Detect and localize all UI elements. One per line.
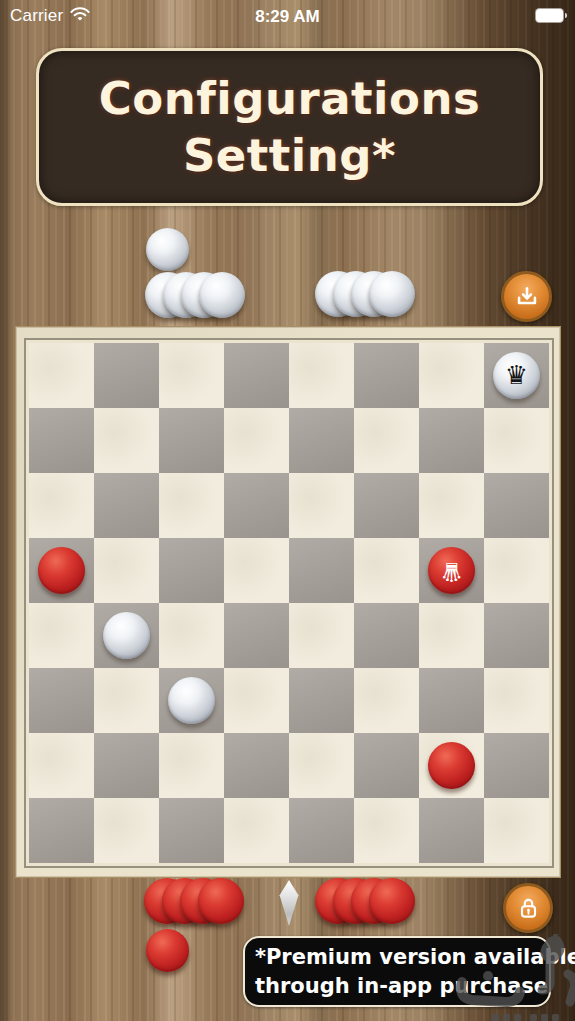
lock-button[interactable] xyxy=(503,883,553,933)
clock-time: 8:29 AM xyxy=(0,7,575,27)
square-r3c7[interactable] xyxy=(484,538,549,603)
red-tray-piece[interactable] xyxy=(198,878,244,924)
square-r2c4[interactable] xyxy=(289,473,354,538)
square-r1c7[interactable] xyxy=(484,408,549,473)
square-r1c6[interactable] xyxy=(419,408,484,473)
square-r4c5[interactable] xyxy=(354,603,419,668)
square-r4c6[interactable] xyxy=(419,603,484,668)
square-r7c6[interactable] xyxy=(419,798,484,863)
square-r3c1[interactable] xyxy=(94,538,159,603)
square-r2c0[interactable] xyxy=(29,473,94,538)
crown-icon: ♛ xyxy=(440,559,463,585)
square-r4c0[interactable] xyxy=(29,603,94,668)
square-r5c5[interactable] xyxy=(354,668,419,733)
square-r5c3[interactable] xyxy=(224,668,289,733)
red-man-piece[interactable] xyxy=(38,547,85,594)
white-man-piece[interactable] xyxy=(168,677,215,724)
square-r7c3[interactable] xyxy=(224,798,289,863)
square-r7c5[interactable] xyxy=(354,798,419,863)
square-r5c7[interactable] xyxy=(484,668,549,733)
white-tray-single xyxy=(146,228,189,271)
square-r2c2[interactable] xyxy=(159,473,224,538)
square-r7c4[interactable] xyxy=(289,798,354,863)
square-r6c5[interactable] xyxy=(354,733,419,798)
red-tray-piece[interactable] xyxy=(369,878,415,924)
square-r7c2[interactable] xyxy=(159,798,224,863)
square-r1c5[interactable] xyxy=(354,408,419,473)
white-tray-piece[interactable] xyxy=(369,271,415,317)
square-r6c6[interactable] xyxy=(419,733,484,798)
square-r1c3[interactable] xyxy=(224,408,289,473)
crown-icon: ♛ xyxy=(505,362,528,388)
square-r7c1[interactable] xyxy=(94,798,159,863)
square-r3c5[interactable] xyxy=(354,538,419,603)
title-banner: Configurations Setting* xyxy=(36,48,543,206)
square-r3c0[interactable] xyxy=(29,538,94,603)
turn-indicator-diamond-icon xyxy=(279,880,299,926)
checkers-board: ♛♛ xyxy=(15,326,561,878)
square-r0c6[interactable] xyxy=(419,343,484,408)
white-king-piece[interactable]: ♛ xyxy=(493,352,540,399)
white-tray-left-group xyxy=(145,272,245,318)
square-r1c2[interactable] xyxy=(159,408,224,473)
square-r0c0[interactable] xyxy=(29,343,94,408)
red-king-piece[interactable]: ♛ xyxy=(428,547,475,594)
square-r6c7[interactable] xyxy=(484,733,549,798)
square-r5c1[interactable] xyxy=(94,668,159,733)
square-r2c1[interactable] xyxy=(94,473,159,538)
square-r6c4[interactable] xyxy=(289,733,354,798)
square-r2c7[interactable] xyxy=(484,473,549,538)
title-line-1: Configurations xyxy=(99,70,480,127)
download-icon xyxy=(513,283,541,311)
square-r1c4[interactable] xyxy=(289,408,354,473)
square-r3c6[interactable]: ♛ xyxy=(419,538,484,603)
square-r1c0[interactable] xyxy=(29,408,94,473)
title-line-2: Setting* xyxy=(183,127,396,184)
board-grid: ♛♛ xyxy=(29,343,549,863)
square-r2c5[interactable] xyxy=(354,473,419,538)
white-tray-piece[interactable] xyxy=(199,272,245,318)
square-r2c6[interactable] xyxy=(419,473,484,538)
red-tray-single xyxy=(146,929,189,972)
square-r0c3[interactable] xyxy=(224,343,289,408)
square-r7c7[interactable] xyxy=(484,798,549,863)
red-tray-left-group xyxy=(144,878,244,924)
square-r5c6[interactable] xyxy=(419,668,484,733)
square-r6c3[interactable] xyxy=(224,733,289,798)
white-man-piece[interactable] xyxy=(103,612,150,659)
square-r4c2[interactable] xyxy=(159,603,224,668)
red-man-piece[interactable] xyxy=(428,742,475,789)
square-r7c0[interactable] xyxy=(29,798,94,863)
battery-icon xyxy=(536,9,563,22)
square-r3c3[interactable] xyxy=(224,538,289,603)
square-r3c2[interactable] xyxy=(159,538,224,603)
square-r5c2[interactable] xyxy=(159,668,224,733)
status-bar: Carrier 8:29 AM xyxy=(0,0,575,32)
square-r5c4[interactable] xyxy=(289,668,354,733)
square-r5c0[interactable] xyxy=(29,668,94,733)
download-button[interactable] xyxy=(501,271,552,322)
square-r4c4[interactable] xyxy=(289,603,354,668)
square-r6c0[interactable] xyxy=(29,733,94,798)
padlock-icon xyxy=(515,895,542,922)
square-r0c5[interactable] xyxy=(354,343,419,408)
red-tray-right-group xyxy=(315,878,415,924)
sibapp-watermark-logo xyxy=(452,934,575,1021)
square-r3c4[interactable] xyxy=(289,538,354,603)
square-r4c7[interactable] xyxy=(484,603,549,668)
square-r1c1[interactable] xyxy=(94,408,159,473)
square-r2c3[interactable] xyxy=(224,473,289,538)
square-r6c2[interactable] xyxy=(159,733,224,798)
square-r0c4[interactable] xyxy=(289,343,354,408)
square-r0c2[interactable] xyxy=(159,343,224,408)
square-r0c1[interactable] xyxy=(94,343,159,408)
square-r0c7[interactable]: ♛ xyxy=(484,343,549,408)
square-r6c1[interactable] xyxy=(94,733,159,798)
app-screen: Carrier 8:29 AM Configurations Setting* xyxy=(0,0,575,1021)
white-tray-right-group xyxy=(315,271,415,317)
white-tray-piece[interactable] xyxy=(146,228,189,271)
red-tray-piece[interactable] xyxy=(146,929,189,972)
square-r4c3[interactable] xyxy=(224,603,289,668)
square-r4c1[interactable] xyxy=(94,603,159,668)
